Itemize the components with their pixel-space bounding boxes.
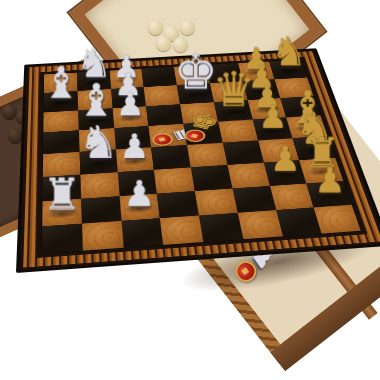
square-c2: ♟ [119, 193, 160, 221]
square-e1 [199, 213, 243, 242]
square-e5: ♚ [183, 122, 222, 145]
square-h1 [314, 205, 361, 234]
square-d5: ♛ [149, 124, 187, 147]
square-g5: ♟ [252, 118, 292, 141]
piece-brass-N-h8: ♞ [271, 32, 307, 72]
chess-board: ♞♟♟♞♝♟♚♟♝♟♛♟♛♚♟♝♞♟♞♟♜♜♟♟ [16, 48, 380, 273]
square-b4: ♞ [79, 150, 117, 175]
square-f4 [222, 140, 263, 164]
square-d2 [157, 191, 199, 219]
square-f3 [227, 162, 269, 188]
square-a6 [43, 110, 78, 132]
square-f5 [218, 120, 258, 143]
piece-brass-Q-f6: ♛ [212, 66, 255, 114]
square-b3 [80, 172, 119, 198]
square-e4 [187, 143, 227, 168]
square-d3 [154, 167, 195, 193]
piece-silver-B-a7: ♝ [41, 61, 80, 105]
piece-silver-P-c4: ♟ [120, 129, 150, 163]
square-e7: ♚ [177, 83, 214, 104]
piece-brass-P-h2: ♟ [314, 162, 346, 197]
silver-Q-glyph: ♛ [166, 122, 208, 146]
square-e3 [191, 165, 232, 191]
square-d1 [160, 216, 203, 245]
piece-silver-K-e7: ♚ [174, 47, 218, 96]
square-b2 [81, 196, 121, 224]
square-f2 [232, 186, 276, 213]
square-b1 [82, 221, 123, 251]
square-d4 [151, 145, 190, 170]
piece-brass-P-g3: ♟ [270, 142, 301, 176]
scene: ♟ ♞♟♟♞♝♟♚♟♝♟♛♟♛♚♟♝♞♟♞♟♜♜♟♟ [0, 0, 380, 380]
board-frame: ♞♟♟♞♝♟♚♟♝♟♛♟♛♚♟♝♞♟♞♟♜♜♟♟ [16, 48, 380, 273]
square-a7: ♝ [44, 91, 78, 112]
piece-silver-P-c6: ♟ [116, 88, 145, 120]
piece-silver-R-a2: ♜ [42, 173, 81, 217]
board-perspective: ♞♟♟♞♝♟♚♟♝♟♛♟♛♚♟♝♞♟♞♟♜♜♟♟ [0, 0, 380, 380]
square-c4: ♟ [115, 147, 154, 172]
square-c1 [121, 218, 163, 247]
square-h2: ♟ [306, 181, 351, 208]
square-a5 [43, 130, 79, 154]
square-a1 [42, 224, 83, 254]
square-e2 [195, 188, 238, 215]
board-grid: ♞♟♟♞♝♟♚♟♝♟♛♟♛♚♟♝♞♟♞♟♜♜♟♟ [41, 59, 362, 254]
square-d6 [146, 104, 183, 126]
square-f1 [238, 210, 283, 239]
square-a2: ♜ [42, 198, 82, 226]
piece-silver-P-c2: ♟ [124, 175, 156, 211]
square-g3: ♟ [263, 160, 306, 186]
square-d8 [142, 67, 177, 87]
piece-brass-P-g5: ♟ [259, 100, 288, 132]
piece-silver-N-b4: ♞ [78, 120, 118, 165]
